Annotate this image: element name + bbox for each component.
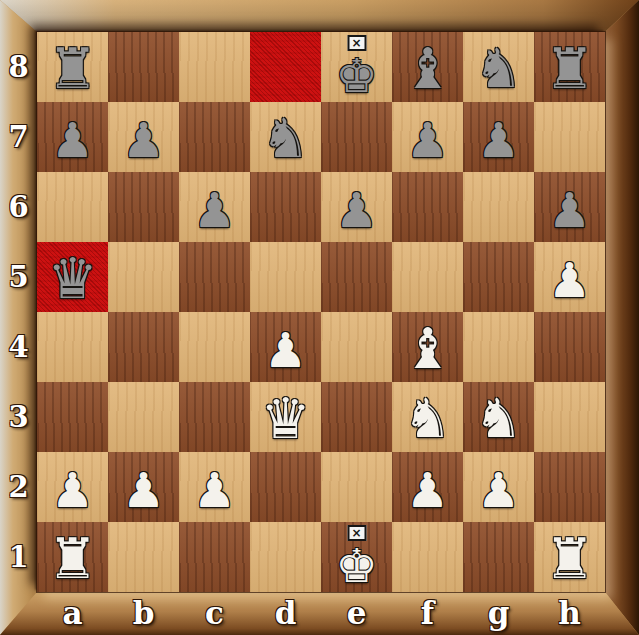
white-king[interactable]: ♚ [335, 542, 377, 589]
square-a8[interactable]: ♜ [37, 32, 108, 102]
black-pawn[interactable]: ♟ [548, 186, 591, 234]
square-h8[interactable]: ♜ [534, 32, 605, 102]
square-a6[interactable] [37, 172, 108, 242]
square-h4[interactable] [534, 312, 605, 382]
square-e8[interactable]: ×♚ [321, 32, 392, 102]
square-b6[interactable] [108, 172, 179, 242]
square-h6[interactable]: ♟ [534, 172, 605, 242]
square-g4[interactable] [463, 312, 534, 382]
square-d5[interactable] [250, 242, 321, 312]
square-b1[interactable] [108, 522, 179, 592]
square-c4[interactable] [179, 312, 250, 382]
square-a5[interactable]: ♛ [37, 242, 108, 312]
square-d2[interactable] [250, 452, 321, 522]
square-g1[interactable] [463, 522, 534, 592]
square-f3[interactable]: ♞ [392, 382, 463, 452]
square-a7[interactable]: ♟ [37, 102, 108, 172]
square-c6[interactable]: ♟ [179, 172, 250, 242]
square-c8[interactable] [179, 32, 250, 102]
file-label-b: b [108, 593, 179, 635]
file-label-f: f [392, 593, 463, 635]
file-label-c: c [179, 593, 250, 635]
square-d1[interactable] [250, 522, 321, 592]
board-frame-top [0, 0, 639, 32]
white-pawn[interactable]: ♟ [477, 466, 520, 514]
square-e3[interactable] [321, 382, 392, 452]
square-d4[interactable]: ♟ [250, 312, 321, 382]
rank-label-6: 6 [0, 172, 37, 242]
rank-label-1: 1 [0, 522, 37, 592]
rank-label-3: 3 [0, 382, 37, 452]
square-d7[interactable]: ♞ [250, 102, 321, 172]
square-e5[interactable] [321, 242, 392, 312]
file-label-d: d [250, 593, 321, 635]
black-pawn[interactable]: ♟ [406, 116, 449, 164]
rank-label-5: 5 [0, 242, 37, 312]
black-rook[interactable]: ♜ [544, 41, 594, 97]
square-c7[interactable] [179, 102, 250, 172]
white-pawn[interactable]: ♟ [122, 466, 165, 514]
square-a3[interactable] [37, 382, 108, 452]
square-h7[interactable] [534, 102, 605, 172]
square-d6[interactable] [250, 172, 321, 242]
black-knight[interactable]: ♞ [474, 42, 522, 96]
black-pawn[interactable]: ♟ [122, 116, 165, 164]
rank-label-7: 7 [0, 102, 37, 172]
black-pawn[interactable]: ♟ [51, 116, 94, 164]
square-f6[interactable] [392, 172, 463, 242]
square-c1[interactable] [179, 522, 250, 592]
square-h2[interactable] [534, 452, 605, 522]
square-g5[interactable] [463, 242, 534, 312]
black-king[interactable]: ♚ [335, 52, 377, 99]
white-pawn[interactable]: ♟ [51, 466, 94, 514]
black-pawn[interactable]: ♟ [477, 116, 520, 164]
square-h3[interactable] [534, 382, 605, 452]
file-label-g: g [463, 593, 534, 635]
square-f8[interactable]: ♝ [392, 32, 463, 102]
file-label-h: h [534, 593, 605, 635]
square-d3[interactable]: ♛ [250, 382, 321, 452]
black-pawn[interactable]: ♟ [335, 186, 378, 234]
white-pawn[interactable]: ♟ [193, 466, 236, 514]
black-queen[interactable]: ♛ [47, 251, 97, 307]
square-f7[interactable]: ♟ [392, 102, 463, 172]
square-e6[interactable]: ♟ [321, 172, 392, 242]
square-f1[interactable] [392, 522, 463, 592]
board-frame-right [605, 0, 639, 635]
rank-label-8: 8 [0, 32, 37, 102]
square-c5[interactable] [179, 242, 250, 312]
king-flag-icon: × [347, 35, 366, 51]
white-rook[interactable]: ♜ [544, 531, 594, 587]
square-c2[interactable]: ♟ [179, 452, 250, 522]
square-f5[interactable] [392, 242, 463, 312]
square-b4[interactable] [108, 312, 179, 382]
white-bishop[interactable]: ♝ [402, 321, 452, 377]
square-e1[interactable]: ×♚ [321, 522, 392, 592]
square-a1[interactable]: ♜ [37, 522, 108, 592]
black-rook[interactable]: ♜ [47, 41, 97, 97]
square-c3[interactable] [179, 382, 250, 452]
square-b7[interactable]: ♟ [108, 102, 179, 172]
square-a4[interactable] [37, 312, 108, 382]
square-f2[interactable]: ♟ [392, 452, 463, 522]
chess-app-window: ♜×♚♝♞♜♟♟♞♟♟♟♟♟♛♟♟♝♛♞♞♟♟♟♟♟♜×♚♜ 87654321a… [0, 0, 639, 635]
square-e2[interactable] [321, 452, 392, 522]
black-bishop[interactable]: ♝ [402, 41, 452, 97]
square-e7[interactable] [321, 102, 392, 172]
white-pawn[interactable]: ♟ [548, 256, 591, 304]
black-pawn[interactable]: ♟ [193, 186, 236, 234]
square-h5[interactable]: ♟ [534, 242, 605, 312]
square-g2[interactable]: ♟ [463, 452, 534, 522]
square-h1[interactable]: ♜ [534, 522, 605, 592]
square-g8[interactable]: ♞ [463, 32, 534, 102]
square-b2[interactable]: ♟ [108, 452, 179, 522]
square-b3[interactable] [108, 382, 179, 452]
white-pawn[interactable]: ♟ [264, 326, 307, 374]
square-g6[interactable] [463, 172, 534, 242]
white-rook[interactable]: ♜ [47, 531, 97, 587]
square-b8[interactable] [108, 32, 179, 102]
white-queen[interactable]: ♛ [260, 391, 310, 447]
king-flag-icon: × [347, 525, 366, 541]
file-label-e: e [321, 593, 392, 635]
rank-label-4: 4 [0, 312, 37, 382]
square-g3[interactable]: ♞ [463, 382, 534, 452]
white-knight[interactable]: ♞ [403, 392, 451, 446]
chess-board: ♜×♚♝♞♜♟♟♞♟♟♟♟♟♛♟♟♝♛♞♞♟♟♟♟♟♜×♚♜ [37, 32, 605, 592]
white-knight[interactable]: ♞ [474, 392, 522, 446]
black-knight[interactable]: ♞ [261, 112, 309, 166]
square-a2[interactable]: ♟ [37, 452, 108, 522]
rank-label-2: 2 [0, 452, 37, 522]
square-g7[interactable]: ♟ [463, 102, 534, 172]
square-e4[interactable] [321, 312, 392, 382]
white-pawn[interactable]: ♟ [406, 466, 449, 514]
file-label-a: a [37, 593, 108, 635]
square-b5[interactable] [108, 242, 179, 312]
square-d8[interactable] [250, 32, 321, 102]
square-f4[interactable]: ♝ [392, 312, 463, 382]
